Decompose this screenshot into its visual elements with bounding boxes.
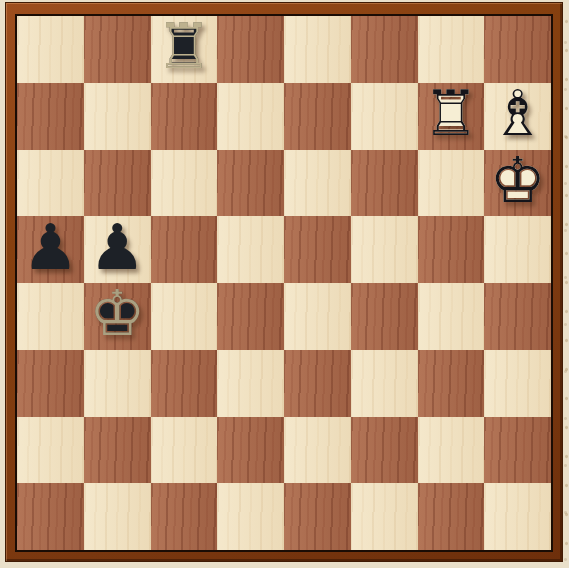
square-a5[interactable]: ♟♙ bbox=[17, 216, 84, 283]
white-rook-outline: ♖ bbox=[423, 82, 479, 145]
square-g3[interactable] bbox=[418, 350, 485, 417]
square-b8[interactable] bbox=[84, 16, 151, 83]
square-b3[interactable] bbox=[84, 350, 151, 417]
square-b6[interactable] bbox=[84, 150, 151, 217]
square-b7[interactable] bbox=[84, 83, 151, 150]
square-b1[interactable] bbox=[84, 483, 151, 550]
chess-board: ♜♖♜♖♝♗♚♔♟♙♟♙♚♔ bbox=[15, 14, 553, 552]
square-b2[interactable] bbox=[84, 417, 151, 484]
square-c6[interactable] bbox=[151, 150, 218, 217]
square-h3[interactable] bbox=[484, 350, 551, 417]
square-f6[interactable] bbox=[351, 150, 418, 217]
square-a1[interactable] bbox=[17, 483, 84, 550]
square-h1[interactable] bbox=[484, 483, 551, 550]
square-f2[interactable] bbox=[351, 417, 418, 484]
square-g8[interactable] bbox=[418, 16, 485, 83]
square-c8[interactable]: ♜♖ bbox=[151, 16, 218, 83]
square-e1[interactable] bbox=[284, 483, 351, 550]
square-d5[interactable] bbox=[217, 216, 284, 283]
square-b4[interactable]: ♚♔ bbox=[84, 283, 151, 350]
square-e2[interactable] bbox=[284, 417, 351, 484]
square-a3[interactable] bbox=[17, 350, 84, 417]
square-f1[interactable] bbox=[351, 483, 418, 550]
white-bishop-outline: ♗ bbox=[489, 82, 545, 145]
square-f7[interactable] bbox=[351, 83, 418, 150]
square-d7[interactable] bbox=[217, 83, 284, 150]
piece-black-pawn-a5[interactable]: ♟♙ bbox=[17, 216, 84, 283]
square-g6[interactable] bbox=[418, 150, 485, 217]
square-c4[interactable] bbox=[151, 283, 218, 350]
square-e3[interactable] bbox=[284, 350, 351, 417]
square-a4[interactable] bbox=[17, 283, 84, 350]
square-g7[interactable]: ♜♖ bbox=[418, 83, 485, 150]
square-d1[interactable] bbox=[217, 483, 284, 550]
square-d4[interactable] bbox=[217, 283, 284, 350]
square-a2[interactable] bbox=[17, 417, 84, 484]
square-f4[interactable] bbox=[351, 283, 418, 350]
square-f5[interactable] bbox=[351, 216, 418, 283]
square-f8[interactable] bbox=[351, 16, 418, 83]
square-c1[interactable] bbox=[151, 483, 218, 550]
square-g1[interactable] bbox=[418, 483, 485, 550]
square-g5[interactable] bbox=[418, 216, 485, 283]
board-frame: ♜♖♜♖♝♗♚♔♟♙♟♙♚♔ bbox=[5, 2, 563, 562]
square-h8[interactable] bbox=[484, 16, 551, 83]
square-b5[interactable]: ♟♙ bbox=[84, 216, 151, 283]
square-d8[interactable] bbox=[217, 16, 284, 83]
board-squares: ♜♖♜♖♝♗♚♔♟♙♟♙♚♔ bbox=[17, 16, 551, 550]
page-background: ♜♖♜♖♝♗♚♔♟♙♟♙♚♔ bbox=[0, 0, 569, 568]
square-c2[interactable] bbox=[151, 417, 218, 484]
piece-black-rook-c8[interactable]: ♜♖ bbox=[151, 16, 218, 83]
square-e8[interactable] bbox=[284, 16, 351, 83]
square-a7[interactable] bbox=[17, 83, 84, 150]
square-a6[interactable] bbox=[17, 150, 84, 217]
piece-white-rook-g7[interactable]: ♜♖ bbox=[418, 83, 485, 150]
square-d3[interactable] bbox=[217, 350, 284, 417]
black-rook-outline: ♖ bbox=[156, 15, 212, 78]
square-a8[interactable] bbox=[17, 16, 84, 83]
square-e5[interactable] bbox=[284, 216, 351, 283]
square-d6[interactable] bbox=[217, 150, 284, 217]
square-e7[interactable] bbox=[284, 83, 351, 150]
square-d2[interactable] bbox=[217, 417, 284, 484]
square-h7[interactable]: ♝♗ bbox=[484, 83, 551, 150]
square-g2[interactable] bbox=[418, 417, 485, 484]
white-king-outline: ♔ bbox=[489, 149, 545, 212]
square-h5[interactable] bbox=[484, 216, 551, 283]
square-e6[interactable] bbox=[284, 150, 351, 217]
square-e4[interactable] bbox=[284, 283, 351, 350]
square-c3[interactable] bbox=[151, 350, 218, 417]
piece-black-pawn-b5[interactable]: ♟♙ bbox=[84, 216, 151, 283]
square-c7[interactable] bbox=[151, 83, 218, 150]
piece-white-bishop-h7[interactable]: ♝♗ bbox=[484, 83, 551, 150]
piece-white-king-h6[interactable]: ♚♔ bbox=[484, 150, 551, 217]
square-c5[interactable] bbox=[151, 216, 218, 283]
square-h6[interactable]: ♚♔ bbox=[484, 150, 551, 217]
square-f3[interactable] bbox=[351, 350, 418, 417]
piece-black-king-b4[interactable]: ♚♔ bbox=[84, 283, 151, 350]
square-h2[interactable] bbox=[484, 417, 551, 484]
square-h4[interactable] bbox=[484, 283, 551, 350]
square-g4[interactable] bbox=[418, 283, 485, 350]
black-king-outline: ♔ bbox=[89, 282, 145, 345]
